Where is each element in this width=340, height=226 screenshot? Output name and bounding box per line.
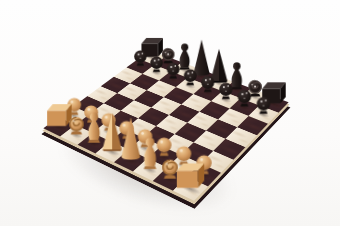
piece-white-rook[interactable] [176,162,206,188]
piece-black-pawn[interactable] [166,60,181,79]
piece-black-pawn[interactable] [237,87,253,107]
piece-white-knight[interactable] [67,115,86,135]
piece-black-pawn[interactable] [218,80,234,99]
scene [0,0,340,226]
piece-black-pawn[interactable] [183,67,198,86]
piece-black-pawn[interactable] [200,74,215,93]
chess-board [43,50,288,200]
piece-black-pawn[interactable] [133,48,148,66]
piece-black-pawn[interactable] [149,54,164,72]
piece-white-queen[interactable] [120,117,142,160]
piece-white-bishop[interactable] [140,137,160,169]
product-photo [0,0,340,226]
piece-black-pawn[interactable] [256,94,272,114]
